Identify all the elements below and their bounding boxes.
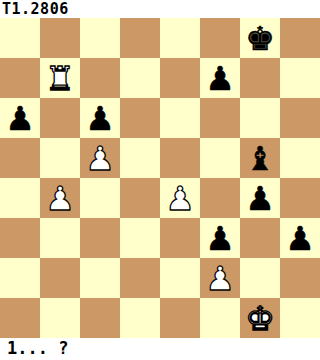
piece-black-king: ♚ <box>245 22 275 55</box>
square-b4[interactable]: ♟ <box>40 178 80 218</box>
square-g2[interactable] <box>240 258 280 298</box>
square-e4[interactable]: ♟ <box>160 178 200 218</box>
square-f4[interactable] <box>200 178 240 218</box>
square-g8[interactable]: ♚ <box>240 18 280 58</box>
square-h6[interactable] <box>280 98 320 138</box>
square-c8[interactable] <box>80 18 120 58</box>
square-a3[interactable] <box>0 218 40 258</box>
square-f7[interactable]: ♟ <box>200 58 240 98</box>
square-c2[interactable] <box>80 258 120 298</box>
square-h3[interactable]: ♟ <box>280 218 320 258</box>
square-h2[interactable] <box>280 258 320 298</box>
square-e5[interactable] <box>160 138 200 178</box>
piece-black-pawn: ♟ <box>285 222 315 255</box>
square-b6[interactable] <box>40 98 80 138</box>
square-c1[interactable] <box>80 298 120 338</box>
square-c7[interactable] <box>80 58 120 98</box>
piece-black-pawn: ♟ <box>205 62 235 95</box>
square-e7[interactable] <box>160 58 200 98</box>
square-f2[interactable]: ♟ <box>200 258 240 298</box>
square-b3[interactable] <box>40 218 80 258</box>
square-b1[interactable] <box>40 298 80 338</box>
square-f1[interactable] <box>200 298 240 338</box>
piece-white-pawn: ♟ <box>85 142 115 175</box>
square-h1[interactable] <box>280 298 320 338</box>
square-d2[interactable] <box>120 258 160 298</box>
square-b7[interactable]: ♜ <box>40 58 80 98</box>
diagram-title: T1.2806 <box>0 0 320 18</box>
piece-black-pawn: ♟ <box>85 102 115 135</box>
piece-black-bishop: ♝ <box>245 142 275 175</box>
piece-black-pawn: ♟ <box>205 222 235 255</box>
square-g1[interactable]: ♚ <box>240 298 280 338</box>
piece-white-pawn: ♟ <box>205 262 235 295</box>
square-e1[interactable] <box>160 298 200 338</box>
square-d8[interactable] <box>120 18 160 58</box>
square-e8[interactable] <box>160 18 200 58</box>
square-a5[interactable] <box>0 138 40 178</box>
square-g3[interactable] <box>240 218 280 258</box>
square-c5[interactable]: ♟ <box>80 138 120 178</box>
square-h4[interactable] <box>280 178 320 218</box>
square-b2[interactable] <box>40 258 80 298</box>
square-c3[interactable] <box>80 218 120 258</box>
chess-board: ♚♜♟♟♟♟♝♟♟♟♟♟♟♚ <box>0 18 320 338</box>
square-c6[interactable]: ♟ <box>80 98 120 138</box>
square-g5[interactable]: ♝ <box>240 138 280 178</box>
square-a4[interactable] <box>0 178 40 218</box>
square-c4[interactable] <box>80 178 120 218</box>
square-f3[interactable]: ♟ <box>200 218 240 258</box>
piece-white-king: ♚ <box>245 302 275 335</box>
square-a6[interactable]: ♟ <box>0 98 40 138</box>
square-e2[interactable] <box>160 258 200 298</box>
square-g6[interactable] <box>240 98 280 138</box>
square-h7[interactable] <box>280 58 320 98</box>
piece-black-pawn: ♟ <box>245 182 275 215</box>
square-d3[interactable] <box>120 218 160 258</box>
piece-white-pawn: ♟ <box>45 182 75 215</box>
square-e6[interactable] <box>160 98 200 138</box>
square-a2[interactable] <box>0 258 40 298</box>
square-a7[interactable] <box>0 58 40 98</box>
square-d1[interactable] <box>120 298 160 338</box>
square-f8[interactable] <box>200 18 240 58</box>
square-e3[interactable] <box>160 218 200 258</box>
square-d6[interactable] <box>120 98 160 138</box>
move-prompt: 1... ? <box>0 338 320 360</box>
square-f6[interactable] <box>200 98 240 138</box>
square-b8[interactable] <box>40 18 80 58</box>
square-d4[interactable] <box>120 178 160 218</box>
piece-black-pawn: ♟ <box>5 102 35 135</box>
piece-white-rook: ♜ <box>45 62 75 95</box>
square-h5[interactable] <box>280 138 320 178</box>
square-a8[interactable] <box>0 18 40 58</box>
piece-white-pawn: ♟ <box>165 182 195 215</box>
square-h8[interactable] <box>280 18 320 58</box>
square-a1[interactable] <box>0 298 40 338</box>
square-d7[interactable] <box>120 58 160 98</box>
square-d5[interactable] <box>120 138 160 178</box>
square-f5[interactable] <box>200 138 240 178</box>
square-b5[interactable] <box>40 138 80 178</box>
square-g4[interactable]: ♟ <box>240 178 280 218</box>
square-g7[interactable] <box>240 58 280 98</box>
